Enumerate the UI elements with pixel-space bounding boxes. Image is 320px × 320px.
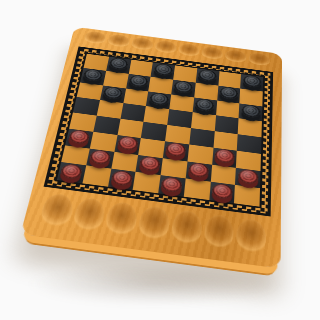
black-checker[interactable] — [198, 69, 217, 83]
red-checker[interactable] — [139, 155, 161, 172]
board-grid — [57, 54, 263, 207]
red-checker[interactable] — [111, 169, 134, 186]
tray-scallop — [201, 46, 223, 62]
tray-scallop — [104, 201, 139, 239]
red-checker[interactable] — [117, 135, 139, 151]
red-checker[interactable] — [238, 168, 258, 185]
square-a8[interactable] — [57, 162, 86, 183]
tray-scallop — [130, 36, 153, 52]
tray-scallop — [236, 218, 267, 257]
black-checker[interactable] — [243, 75, 261, 89]
square-c8[interactable] — [108, 169, 136, 190]
tray-scallop — [38, 192, 75, 230]
tray-scallop — [170, 209, 203, 248]
black-checker[interactable] — [153, 63, 173, 77]
black-checker[interactable] — [103, 86, 124, 101]
playing-field — [44, 46, 273, 216]
red-checker[interactable] — [212, 182, 233, 199]
red-checker[interactable] — [161, 176, 183, 193]
square-h8 — [234, 185, 260, 207]
square-d8 — [133, 172, 161, 193]
red-checker[interactable] — [166, 142, 187, 158]
tray-scallop — [154, 40, 177, 56]
black-checker[interactable] — [195, 98, 215, 113]
black-checker[interactable] — [174, 80, 194, 94]
black-checker[interactable] — [219, 86, 238, 100]
black-checker[interactable] — [241, 104, 260, 119]
black-checker[interactable] — [109, 57, 129, 71]
red-checker[interactable] — [89, 149, 112, 166]
square-f8 — [184, 179, 211, 200]
checkers-board — [20, 27, 282, 269]
square-g8[interactable] — [209, 182, 235, 204]
red-checker[interactable] — [188, 162, 209, 179]
tray-scallop — [137, 205, 171, 244]
red-checker[interactable] — [214, 148, 234, 164]
tray-scallop — [107, 33, 130, 49]
scene — [0, 0, 320, 320]
square-b8 — [82, 165, 111, 186]
board-drop-shadow — [26, 262, 282, 306]
tray-scallop — [178, 43, 200, 59]
black-checker[interactable] — [128, 74, 148, 88]
square-e8[interactable] — [158, 175, 185, 196]
black-checker[interactable] — [83, 68, 104, 82]
tray-scallop — [203, 213, 235, 252]
tray-scallop — [225, 49, 247, 65]
tray-scallop — [249, 52, 270, 68]
red-checker[interactable] — [68, 129, 91, 145]
red-checker[interactable] — [60, 163, 83, 180]
black-checker[interactable] — [149, 92, 169, 107]
tray-scallop — [71, 197, 107, 235]
tray-scallop — [83, 30, 107, 46]
